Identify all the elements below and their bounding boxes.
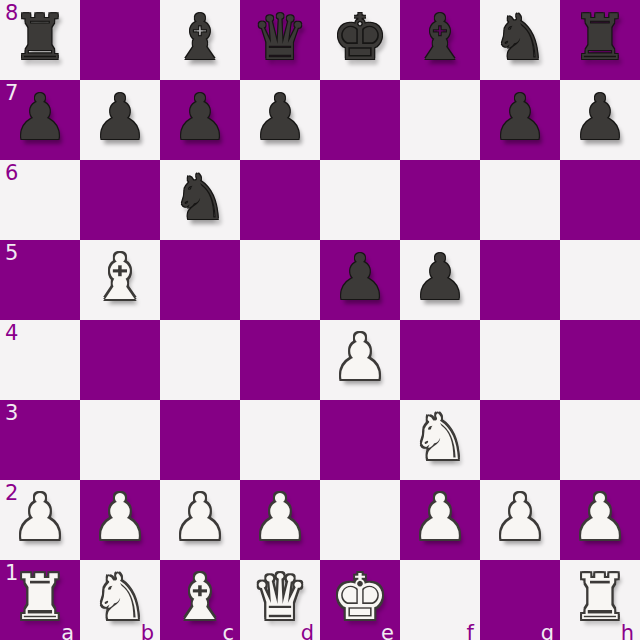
piece-white-pawn[interactable]: ♟ [572,478,628,558]
square-c6[interactable]: ♞ [160,160,240,240]
square-a4[interactable]: 4 [0,320,80,400]
square-d1[interactable]: d♛ [240,560,320,640]
rank-label: 3 [5,403,18,424]
piece-white-bishop[interactable]: ♝ [172,558,228,638]
square-a8[interactable]: 8♜ [0,0,80,80]
square-e7[interactable] [320,80,400,160]
square-b4[interactable] [80,320,160,400]
square-h5[interactable] [560,240,640,320]
square-a2[interactable]: 2♟ [0,480,80,560]
square-h2[interactable]: ♟ [560,480,640,560]
square-a6[interactable]: 6 [0,160,80,240]
piece-black-pawn[interactable]: ♟ [12,78,68,158]
square-a1[interactable]: 1a♜ [0,560,80,640]
piece-white-pawn[interactable]: ♟ [492,478,548,558]
square-d8[interactable]: ♛ [240,0,320,80]
square-b2[interactable]: ♟ [80,480,160,560]
piece-white-king[interactable]: ♚ [332,558,388,638]
square-e8[interactable]: ♚ [320,0,400,80]
square-e3[interactable] [320,400,400,480]
piece-black-bishop[interactable]: ♝ [412,0,468,78]
square-g4[interactable] [480,320,560,400]
piece-white-rook[interactable]: ♜ [12,558,68,638]
square-f7[interactable] [400,80,480,160]
square-e6[interactable] [320,160,400,240]
square-h4[interactable] [560,320,640,400]
square-b7[interactable]: ♟ [80,80,160,160]
piece-white-pawn[interactable]: ♟ [412,478,468,558]
piece-black-pawn[interactable]: ♟ [412,238,468,318]
piece-black-bishop[interactable]: ♝ [172,0,228,78]
square-a5[interactable]: 5 [0,240,80,320]
square-c8[interactable]: ♝ [160,0,240,80]
square-g8[interactable]: ♞ [480,0,560,80]
square-g3[interactable] [480,400,560,480]
square-f4[interactable] [400,320,480,400]
square-g2[interactable]: ♟ [480,480,560,560]
square-h1[interactable]: h♜ [560,560,640,640]
piece-white-bishop[interactable]: ♝ [92,238,148,318]
square-b3[interactable] [80,400,160,480]
file-label: g [541,623,554,640]
square-a7[interactable]: 7♟ [0,80,80,160]
piece-white-pawn[interactable]: ♟ [332,318,388,398]
piece-black-knight[interactable]: ♞ [172,158,228,238]
square-c1[interactable]: c♝ [160,560,240,640]
square-d7[interactable]: ♟ [240,80,320,160]
square-g6[interactable] [480,160,560,240]
piece-white-queen[interactable]: ♛ [252,558,308,638]
square-d2[interactable]: ♟ [240,480,320,560]
piece-white-knight[interactable]: ♞ [412,398,468,478]
piece-black-pawn[interactable]: ♟ [252,78,308,158]
rank-label: 6 [5,163,18,184]
square-b5[interactable]: ♝ [80,240,160,320]
square-h3[interactable] [560,400,640,480]
square-d4[interactable] [240,320,320,400]
piece-black-pawn[interactable]: ♟ [172,78,228,158]
square-b8[interactable] [80,0,160,80]
piece-white-pawn[interactable]: ♟ [12,478,68,558]
square-c7[interactable]: ♟ [160,80,240,160]
square-g7[interactable]: ♟ [480,80,560,160]
square-b1[interactable]: b♞ [80,560,160,640]
square-b6[interactable] [80,160,160,240]
piece-white-pawn[interactable]: ♟ [172,478,228,558]
square-d6[interactable] [240,160,320,240]
square-f1[interactable]: f [400,560,480,640]
square-e4[interactable]: ♟ [320,320,400,400]
square-e1[interactable]: e♚ [320,560,400,640]
square-h8[interactable]: ♜ [560,0,640,80]
piece-black-pawn[interactable]: ♟ [92,78,148,158]
square-g1[interactable]: g [480,560,560,640]
square-g5[interactable] [480,240,560,320]
square-c4[interactable] [160,320,240,400]
square-f6[interactable] [400,160,480,240]
piece-white-pawn[interactable]: ♟ [92,478,148,558]
piece-black-pawn[interactable]: ♟ [332,238,388,318]
piece-white-rook[interactable]: ♜ [572,558,628,638]
piece-black-rook[interactable]: ♜ [572,0,628,78]
square-c3[interactable] [160,400,240,480]
square-d3[interactable] [240,400,320,480]
piece-white-knight[interactable]: ♞ [92,558,148,638]
square-f8[interactable]: ♝ [400,0,480,80]
piece-black-knight[interactable]: ♞ [492,0,548,78]
square-h6[interactable] [560,160,640,240]
square-e2[interactable] [320,480,400,560]
piece-black-pawn[interactable]: ♟ [572,78,628,158]
rank-label: 4 [5,323,18,344]
square-f5[interactable]: ♟ [400,240,480,320]
file-label: f [467,623,474,640]
square-a3[interactable]: 3 [0,400,80,480]
square-c2[interactable]: ♟ [160,480,240,560]
square-f3[interactable]: ♞ [400,400,480,480]
piece-black-king[interactable]: ♚ [332,0,388,78]
square-e5[interactable]: ♟ [320,240,400,320]
square-c5[interactable] [160,240,240,320]
piece-white-pawn[interactable]: ♟ [252,478,308,558]
square-d5[interactable] [240,240,320,320]
square-h7[interactable]: ♟ [560,80,640,160]
piece-black-queen[interactable]: ♛ [252,0,308,78]
rank-label: 5 [5,243,18,264]
piece-black-rook[interactable]: ♜ [12,0,68,78]
chess-board: 8♜♝♛♚♝♞♜7♟♟♟♟♟♟6♞5♝♟♟4♟3♞2♟♟♟♟♟♟♟1a♜b♞c♝… [0,0,640,640]
square-f2[interactable]: ♟ [400,480,480,560]
piece-black-pawn[interactable]: ♟ [492,78,548,158]
